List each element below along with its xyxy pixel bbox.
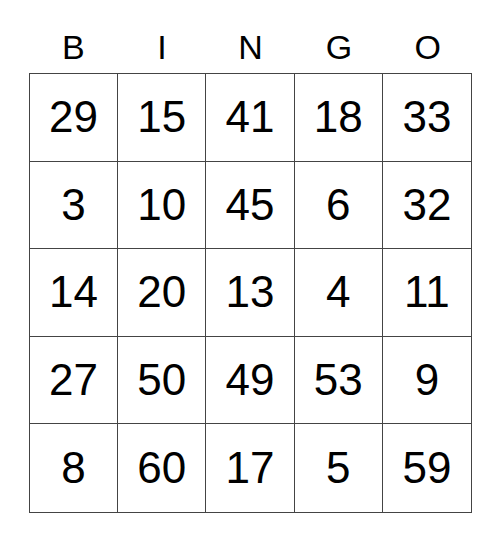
bingo-cell[interactable]: 8 [30, 424, 118, 512]
bingo-cell[interactable]: 14 [30, 249, 118, 337]
bingo-cell[interactable]: 15 [118, 74, 206, 162]
bingo-header: B I N G O [29, 0, 472, 73]
bingo-cell[interactable]: 5 [295, 424, 383, 512]
header-letter-i: I [118, 0, 207, 73]
bingo-card: B I N G O 29 15 41 18 33 3 10 45 6 32 14… [0, 0, 500, 544]
bingo-cell[interactable]: 27 [30, 337, 118, 425]
bingo-cell[interactable]: 9 [383, 337, 471, 425]
bingo-cell[interactable]: 59 [383, 424, 471, 512]
bingo-cell[interactable]: 32 [383, 162, 471, 250]
bingo-cell[interactable]: 6 [295, 162, 383, 250]
bingo-cell[interactable]: 29 [30, 74, 118, 162]
bingo-cell[interactable]: 53 [295, 337, 383, 425]
header-letter-o: O [383, 0, 472, 73]
bingo-cell[interactable]: 33 [383, 74, 471, 162]
bingo-cell[interactable]: 50 [118, 337, 206, 425]
bingo-cell[interactable]: 60 [118, 424, 206, 512]
bingo-cell[interactable]: 41 [206, 74, 294, 162]
header-letter-n: N [206, 0, 295, 73]
bingo-cell[interactable]: 17 [206, 424, 294, 512]
bingo-cell[interactable]: 45 [206, 162, 294, 250]
bingo-board: 29 15 41 18 33 3 10 45 6 32 14 20 13 4 1… [29, 73, 472, 513]
bingo-cell[interactable]: 3 [30, 162, 118, 250]
bingo-cell[interactable]: 10 [118, 162, 206, 250]
bingo-cell[interactable]: 20 [118, 249, 206, 337]
bingo-cell[interactable]: 13 [206, 249, 294, 337]
bingo-cell[interactable]: 49 [206, 337, 294, 425]
bingo-cell[interactable]: 18 [295, 74, 383, 162]
header-letter-g: G [295, 0, 384, 73]
bingo-cell[interactable]: 4 [295, 249, 383, 337]
bingo-cell[interactable]: 11 [383, 249, 471, 337]
header-letter-b: B [29, 0, 118, 73]
